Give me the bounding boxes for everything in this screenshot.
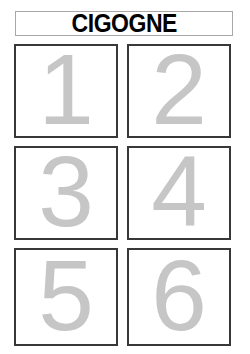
- cell-5: 5: [14, 248, 118, 346]
- number-4: 4: [151, 146, 207, 240]
- cell-3: 3: [14, 146, 118, 240]
- worksheet-page: CIGOGNE 1 2 3 4 5 6: [0, 0, 250, 354]
- cell-4: 4: [127, 146, 231, 240]
- cell-1: 1: [14, 44, 118, 138]
- number-6: 6: [151, 248, 207, 345]
- title-box: CIGOGNE: [15, 11, 233, 36]
- number-grid: 1 2 3 4 5 6: [14, 44, 231, 346]
- number-1: 1: [38, 44, 94, 138]
- cell-2: 2: [127, 44, 231, 138]
- page-title: CIGOGNE: [71, 11, 176, 36]
- number-5: 5: [38, 248, 94, 345]
- cell-6: 6: [127, 248, 231, 346]
- number-3: 3: [38, 146, 94, 240]
- number-2: 2: [151, 44, 207, 138]
